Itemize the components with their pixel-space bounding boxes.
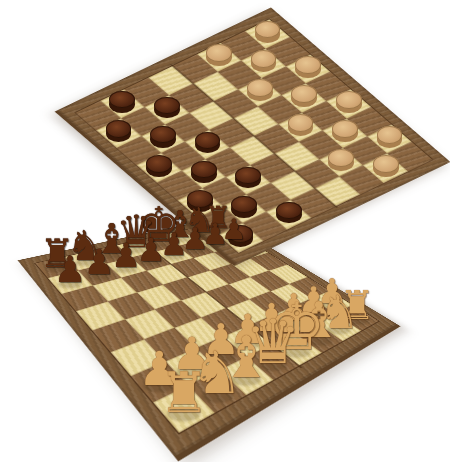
product-photo-scene: ♜♞♝♛♚♝♞♜♟♟♟♟♟♟♟♟♟♟♟♟♟♟♟♟♜♞♝♛♚♝♞♜ (0, 0, 450, 462)
chess-board-frame (18, 217, 397, 457)
chess-board-grid (35, 222, 378, 432)
checkers-board-frame (58, 7, 450, 264)
chess-board (18, 217, 397, 457)
checkers-board (58, 7, 450, 264)
